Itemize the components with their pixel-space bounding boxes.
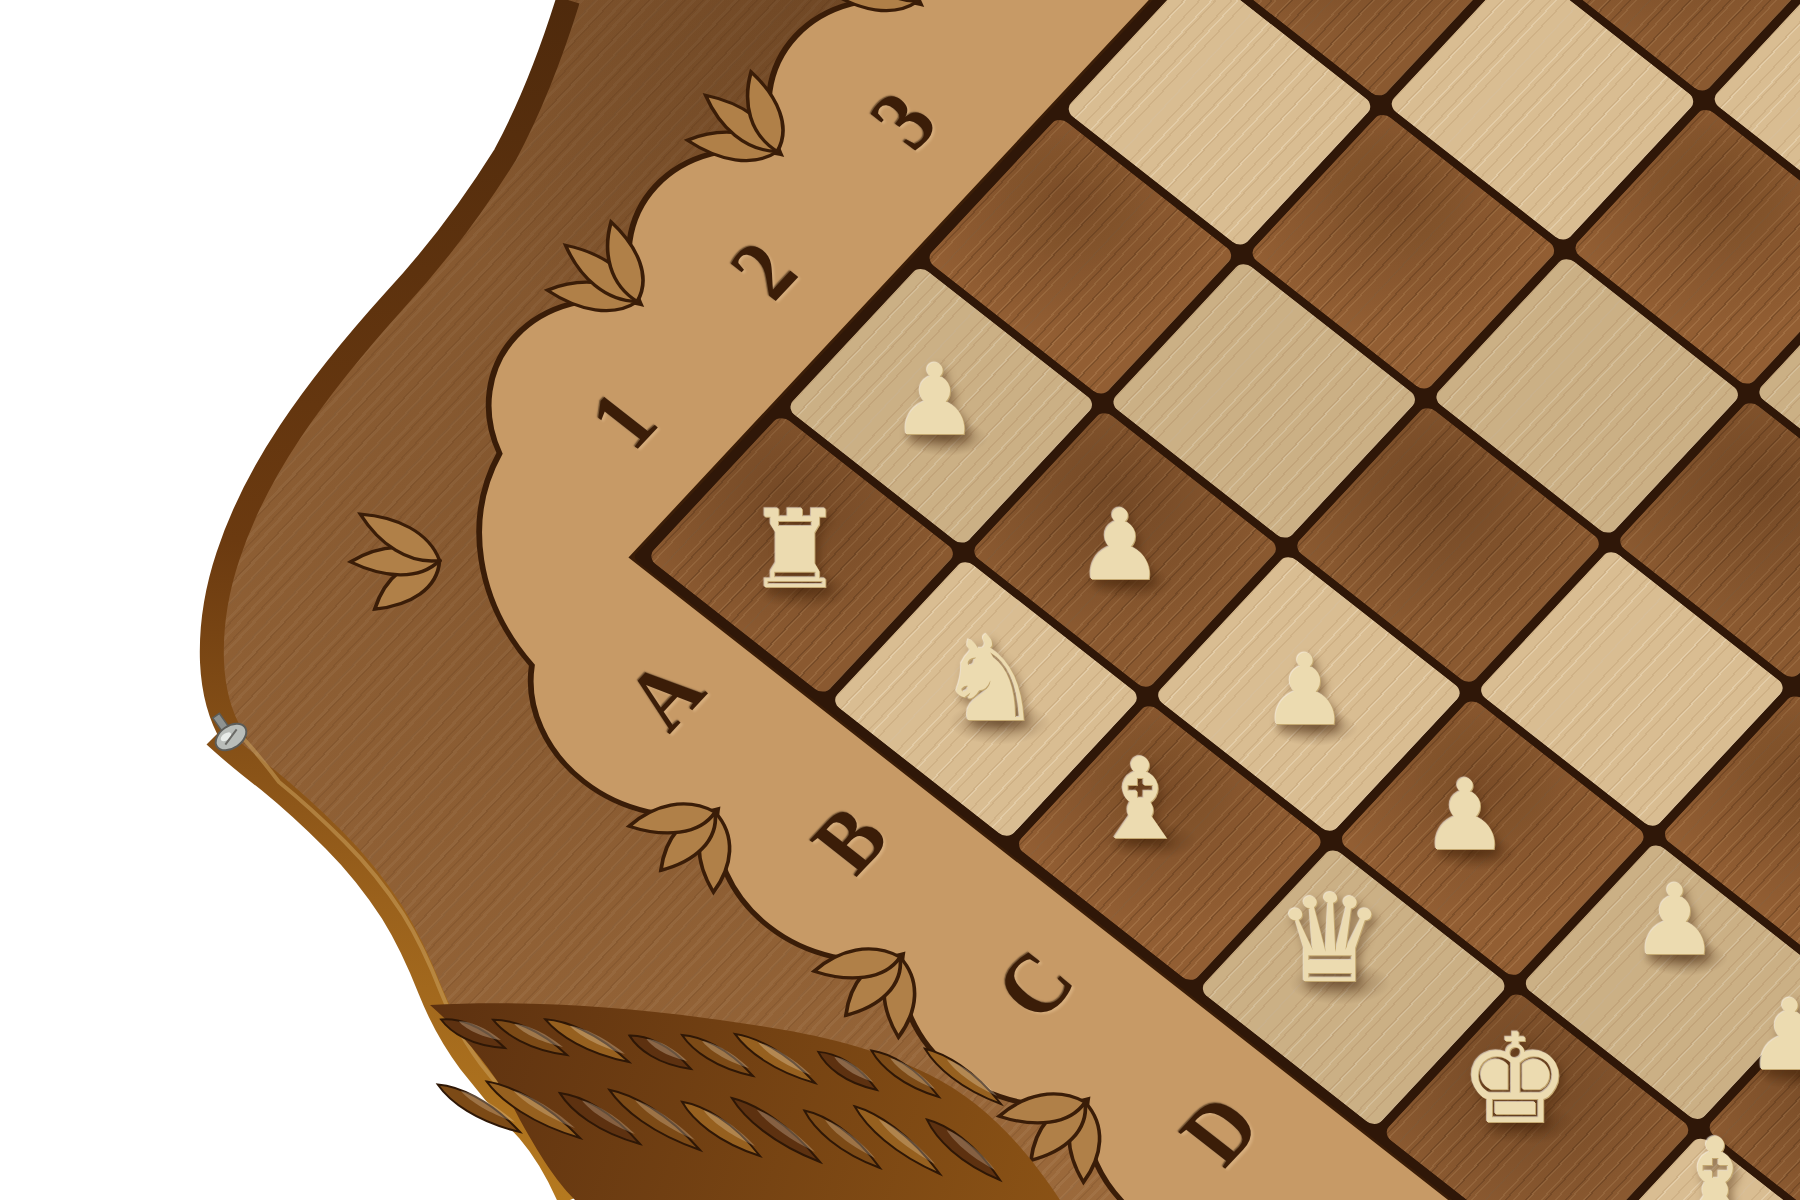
- piece-white-pawn-a2[interactable]: ♟: [891, 351, 979, 449]
- piece-white-pawn-b2[interactable]: ♟: [1076, 496, 1164, 594]
- piece-white-knight-b1[interactable]: ♞: [937, 620, 1043, 738]
- piece-white-pawn-c2[interactable]: ♟: [1261, 641, 1349, 739]
- scene: 12345678ABCDEFGH ♜♞♝♛♚♝♟♟♟♟♟♟: [0, 0, 1800, 1200]
- piece-white-pawn-d2[interactable]: ♟: [1421, 766, 1509, 864]
- piece-white-king-e1[interactable]: ♚: [1459, 1017, 1570, 1141]
- piece-white-pawn-f2[interactable]: ♟: [1746, 986, 1800, 1084]
- piece-white-queen-d1[interactable]: ♛: [1275, 878, 1384, 1000]
- piece-white-rook-a1[interactable]: ♜: [747, 496, 844, 604]
- piece-white-bishop-c1[interactable]: ♝: [1090, 743, 1190, 855]
- piece-white-bishop-f1[interactable]: ♝: [1665, 1123, 1765, 1200]
- piece-white-pawn-e2[interactable]: ♟: [1631, 871, 1719, 969]
